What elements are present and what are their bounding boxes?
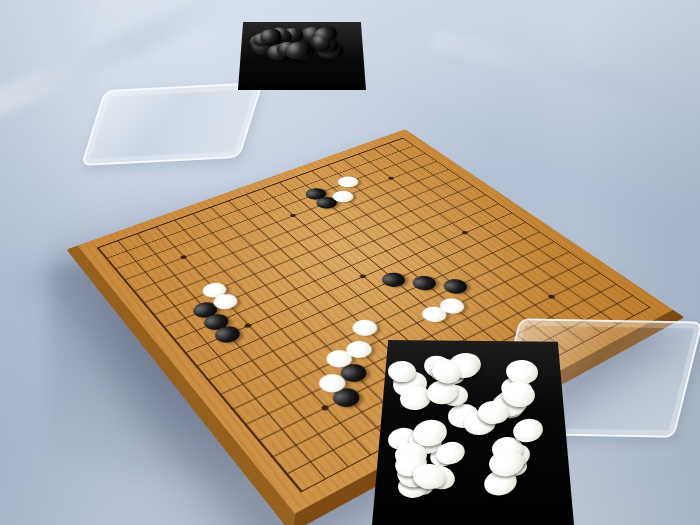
black-stone: [378, 270, 410, 290]
white-stone: [335, 174, 363, 189]
white-heap-stone: [388, 360, 416, 382]
white-stone-tray: [372, 340, 574, 525]
black-stone: [440, 277, 473, 297]
star-point: [289, 213, 297, 217]
star-point: [547, 294, 556, 299]
star-point: [320, 404, 330, 411]
star-point: [387, 176, 394, 180]
star-point: [180, 255, 188, 260]
star-point: [461, 231, 469, 236]
black-stone-box: [238, 22, 366, 90]
black-box-clear-lid: [81, 82, 263, 166]
cloth-fold: [431, 29, 688, 111]
white-stone-heap: [384, 349, 562, 519]
star-point: [359, 274, 367, 279]
black-stone: [408, 273, 440, 293]
black-stone-heap: [247, 24, 357, 68]
go-set-photo-scene: [0, 0, 700, 525]
star-point: [244, 323, 253, 329]
white-stone: [348, 317, 382, 339]
